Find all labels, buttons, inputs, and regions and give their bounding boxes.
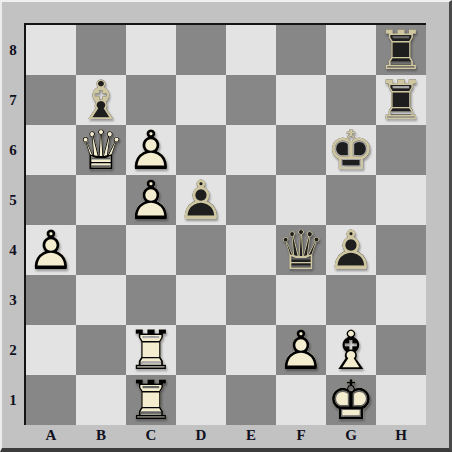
pawn-outline-icon: ♙: [126, 125, 176, 175]
queen-outline-icon: ♕: [276, 225, 326, 275]
pawn-icon: ♟: [176, 175, 226, 225]
white-bishop-g2[interactable]: ♝♗: [326, 325, 376, 375]
rook-outline-icon: ♖: [126, 325, 176, 375]
square-f1[interactable]: [276, 375, 326, 425]
file-label-d: D: [176, 425, 226, 445]
square-e4[interactable]: [226, 225, 276, 275]
king-icon: ♚: [326, 125, 376, 175]
chess-board: ♜♖♝♗♜♖♛♕♟♙♚♔♟♙♟♙♟♙♛♕♟♙♜♖♟♙♝♗♜♖♚♔: [24, 23, 426, 425]
square-g7[interactable]: [326, 75, 376, 125]
square-d3[interactable]: [176, 275, 226, 325]
rook-icon: ♜: [376, 75, 426, 125]
square-b6[interactable]: ♛♕: [76, 125, 126, 175]
square-f7[interactable]: [276, 75, 326, 125]
square-e6[interactable]: [226, 125, 276, 175]
square-a2[interactable]: [26, 325, 76, 375]
rank-label-5: 5: [2, 175, 24, 225]
black-queen-f4[interactable]: ♛♕: [276, 225, 326, 275]
pawn-icon: ♟: [276, 325, 326, 375]
square-a8[interactable]: [26, 25, 76, 75]
square-a5[interactable]: [26, 175, 76, 225]
square-h6[interactable]: [376, 125, 426, 175]
square-c1[interactable]: ♜♖: [126, 375, 176, 425]
square-b1[interactable]: [76, 375, 126, 425]
square-h1[interactable]: [376, 375, 426, 425]
square-b8[interactable]: [76, 25, 126, 75]
square-f3[interactable]: [276, 275, 326, 325]
white-pawn-c6[interactable]: ♟♙: [126, 125, 176, 175]
square-d7[interactable]: [176, 75, 226, 125]
bishop-outline-icon: ♗: [326, 325, 376, 375]
rank-label-1: 1: [2, 375, 24, 425]
file-label-g: G: [326, 425, 376, 445]
white-pawn-c5[interactable]: ♟♙: [126, 175, 176, 225]
square-e2[interactable]: [226, 325, 276, 375]
black-bishop-b7[interactable]: ♝♗: [76, 75, 126, 125]
square-h8[interactable]: ♜♖: [376, 25, 426, 75]
black-pawn-g4[interactable]: ♟♙: [326, 225, 376, 275]
rank-label-4: 4: [2, 225, 24, 275]
rook-icon: ♜: [126, 325, 176, 375]
square-c4[interactable]: [126, 225, 176, 275]
square-b4[interactable]: [76, 225, 126, 275]
square-a1[interactable]: [26, 375, 76, 425]
queen-icon: ♛: [276, 225, 326, 275]
white-pawn-a4[interactable]: ♟♙: [26, 225, 76, 275]
file-label-a: A: [26, 425, 76, 445]
king-outline-icon: ♔: [326, 375, 376, 425]
square-h5[interactable]: [376, 175, 426, 225]
square-d8[interactable]: [176, 25, 226, 75]
square-h4[interactable]: [376, 225, 426, 275]
pawn-outline-icon: ♙: [276, 325, 326, 375]
white-pawn-f2[interactable]: ♟♙: [276, 325, 326, 375]
square-c3[interactable]: [126, 275, 176, 325]
square-e8[interactable]: [226, 25, 276, 75]
square-f2[interactable]: ♟♙: [276, 325, 326, 375]
pawn-outline-icon: ♙: [26, 225, 76, 275]
square-g2[interactable]: ♝♗: [326, 325, 376, 375]
file-label-e: E: [226, 425, 276, 445]
square-b5[interactable]: [76, 175, 126, 225]
square-f4[interactable]: ♛♕: [276, 225, 326, 275]
rank-label-6: 6: [2, 125, 24, 175]
queen-icon: ♛: [76, 125, 126, 175]
white-rook-c2[interactable]: ♜♖: [126, 325, 176, 375]
pawn-outline-icon: ♙: [176, 175, 226, 225]
square-a3[interactable]: [26, 275, 76, 325]
bishop-icon: ♝: [76, 75, 126, 125]
square-g4[interactable]: ♟♙: [326, 225, 376, 275]
square-e5[interactable]: [226, 175, 276, 225]
file-labels: ABCDEFGH: [26, 425, 426, 445]
rook-outline-icon: ♖: [376, 75, 426, 125]
king-outline-icon: ♔: [326, 125, 376, 175]
square-g1[interactable]: ♚♔: [326, 375, 376, 425]
square-c5[interactable]: ♟♙: [126, 175, 176, 225]
square-c7[interactable]: [126, 75, 176, 125]
square-g8[interactable]: [326, 25, 376, 75]
black-king-g6[interactable]: ♚♔: [326, 125, 376, 175]
square-g3[interactable]: [326, 275, 376, 325]
bishop-icon: ♝: [326, 325, 376, 375]
square-d4[interactable]: [176, 225, 226, 275]
rook-outline-icon: ♖: [126, 375, 176, 425]
square-h2[interactable]: [376, 325, 426, 375]
black-pawn-d5[interactable]: ♟♙: [176, 175, 226, 225]
diagram-frame: 87654321 ♜♖♝♗♜♖♛♕♟♙♚♔♟♙♟♙♟♙♛♕♟♙♜♖♟♙♝♗♜♖♚…: [0, 0, 452, 452]
square-d2[interactable]: [176, 325, 226, 375]
square-b7[interactable]: ♝♗: [76, 75, 126, 125]
rook-icon: ♜: [376, 25, 426, 75]
square-f6[interactable]: [276, 125, 326, 175]
rook-outline-icon: ♖: [376, 25, 426, 75]
rank-label-8: 8: [2, 25, 24, 75]
pawn-icon: ♟: [326, 225, 376, 275]
square-h3[interactable]: [376, 275, 426, 325]
square-c6[interactable]: ♟♙: [126, 125, 176, 175]
square-d6[interactable]: [176, 125, 226, 175]
king-icon: ♚: [326, 375, 376, 425]
pawn-icon: ♟: [26, 225, 76, 275]
square-a6[interactable]: [26, 125, 76, 175]
file-label-b: B: [76, 425, 126, 445]
pawn-icon: ♟: [126, 175, 176, 225]
queen-outline-icon: ♕: [76, 125, 126, 175]
black-rook-h8[interactable]: ♜♖: [376, 25, 426, 75]
file-label-c: C: [126, 425, 176, 445]
rank-label-3: 3: [2, 275, 24, 325]
white-queen-b6[interactable]: ♛♕: [76, 125, 126, 175]
square-h7[interactable]: ♜♖: [376, 75, 426, 125]
square-c2[interactable]: ♜♖: [126, 325, 176, 375]
square-f8[interactable]: [276, 25, 326, 75]
white-king-g1[interactable]: ♚♔: [326, 375, 376, 425]
square-g6[interactable]: ♚♔: [326, 125, 376, 175]
pawn-outline-icon: ♙: [126, 175, 176, 225]
square-e3[interactable]: [226, 275, 276, 325]
pawn-icon: ♟: [126, 125, 176, 175]
square-d1[interactable]: [176, 375, 226, 425]
white-rook-c1[interactable]: ♜♖: [126, 375, 176, 425]
square-d5[interactable]: ♟♙: [176, 175, 226, 225]
bishop-outline-icon: ♗: [76, 75, 126, 125]
rank-label-7: 7: [2, 75, 24, 125]
rank-label-2: 2: [2, 325, 24, 375]
square-a7[interactable]: [26, 75, 76, 125]
black-rook-h7[interactable]: ♜♖: [376, 75, 426, 125]
square-e1[interactable]: [226, 375, 276, 425]
square-b2[interactable]: [76, 325, 126, 375]
file-label-h: H: [376, 425, 426, 445]
file-label-f: F: [276, 425, 326, 445]
square-e7[interactable]: [226, 75, 276, 125]
pawn-outline-icon: ♙: [326, 225, 376, 275]
rank-labels: 87654321: [2, 25, 24, 425]
rook-icon: ♜: [126, 375, 176, 425]
square-g5[interactable]: [326, 175, 376, 225]
square-a4[interactable]: ♟♙: [26, 225, 76, 275]
square-f5[interactable]: [276, 175, 326, 225]
square-c8[interactable]: [126, 25, 176, 75]
square-b3[interactable]: [76, 275, 126, 325]
